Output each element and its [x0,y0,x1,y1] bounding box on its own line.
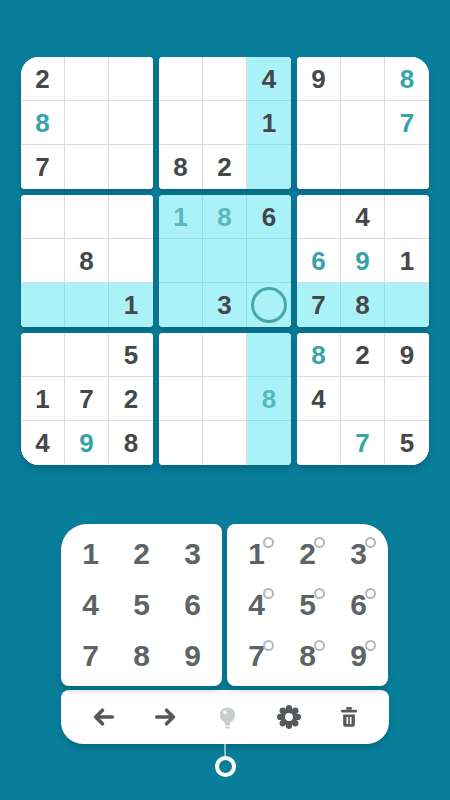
cell-r4c7[interactable] [297,195,341,239]
cell-r9c3[interactable]: 8 [109,421,153,465]
cell-r5c8[interactable]: 9 [341,239,385,283]
cell-r6c1[interactable] [21,283,65,327]
cell-r9c6[interactable] [247,421,291,465]
cell-r9c9[interactable]: 5 [385,421,429,465]
cell-r3c2[interactable] [65,145,109,189]
numpad-4[interactable]: 4 [65,579,116,630]
cell-r5c5[interactable] [203,239,247,283]
cell-r2c9[interactable]: 7 [385,101,429,145]
user-digit: 8 [262,386,276,412]
cell-r9c8[interactable]: 7 [341,421,385,465]
notepad-8[interactable]: 8 [282,631,333,682]
user-digit: 8 [311,342,325,368]
hint-button[interactable] [210,700,245,735]
cell-r8c9[interactable] [385,377,429,421]
given-digit: 5 [400,430,414,456]
notepad-9[interactable]: 9 [333,631,384,682]
box-0-2: 987 [297,57,429,189]
cell-r7c1[interactable] [21,333,65,377]
cell-r1c4[interactable] [159,57,203,101]
control-cluster: 123456789 123456789 [61,524,389,777]
cell-r4c2[interactable] [65,195,109,239]
cell-r5c2[interactable]: 8 [65,239,109,283]
given-digit: 9 [311,66,325,92]
cell-r9c1[interactable]: 4 [21,421,65,465]
cell-r4c1[interactable] [21,195,65,239]
cell-r3c1[interactable]: 7 [21,145,65,189]
drawer-handle-ring [215,756,236,777]
delete-button[interactable] [332,700,366,734]
cell-r3c6[interactable] [247,145,291,189]
cell-r7c8[interactable]: 2 [341,333,385,377]
cell-r7c9[interactable]: 9 [385,333,429,377]
numpad-9[interactable]: 9 [167,631,218,682]
given-digit: 1 [124,292,138,318]
settings-button[interactable] [271,699,307,735]
cell-r6c3[interactable]: 1 [109,283,153,327]
cell-r6c8[interactable]: 8 [341,283,385,327]
numpad-3[interactable]: 3 [167,528,218,579]
cell-r9c2[interactable]: 9 [65,421,109,465]
user-digit: 9 [355,248,369,274]
hint-bulb-icon [214,704,241,731]
cell-r2c7[interactable] [297,101,341,145]
cell-r2c1[interactable]: 8 [21,101,65,145]
user-digit: 7 [400,110,414,136]
cell-r3c5[interactable]: 2 [203,145,247,189]
cell-r6c6[interactable] [247,283,291,327]
given-digit: 1 [262,110,276,136]
note-mark-ring [314,640,325,651]
given-digit: 1 [35,386,49,412]
cell-r2c4[interactable] [159,101,203,145]
given-digit: 2 [355,342,369,368]
cell-r8c8[interactable] [341,377,385,421]
box-0-1: 4182 [159,57,291,189]
box-1-0: 81 [21,195,153,327]
given-digit: 6 [262,204,276,230]
cell-r1c5[interactable] [203,57,247,101]
note-mark-ring [365,640,376,651]
cell-r6c4[interactable] [159,283,203,327]
cell-r2c8[interactable] [341,101,385,145]
cell-r6c5[interactable]: 3 [203,283,247,327]
cell-r8c4[interactable] [159,377,203,421]
cell-r6c7[interactable]: 7 [297,283,341,327]
given-digit: 8 [173,154,187,180]
given-digit: 8 [79,248,93,274]
cell-r1c3[interactable] [109,57,153,101]
numpad-2[interactable]: 2 [116,528,167,579]
user-digit: 1 [173,204,187,230]
given-digit: 7 [79,386,93,412]
cell-r3c9[interactable] [385,145,429,189]
cell-r5c7[interactable]: 6 [297,239,341,283]
cell-r8c3[interactable]: 2 [109,377,153,421]
trash-icon [336,704,362,730]
given-digit: 1 [400,248,414,274]
cell-r7c3[interactable]: 5 [109,333,153,377]
cell-r7c7[interactable]: 8 [297,333,341,377]
given-digit: 7 [35,154,49,180]
cell-r7c6[interactable] [247,333,291,377]
cell-r1c2[interactable] [65,57,109,101]
numpad-7[interactable]: 7 [65,631,116,682]
cell-r4c3[interactable] [109,195,153,239]
note-mark-ring [263,588,274,599]
sudoku-screen: 287418298781186346917851724988829475 123… [0,57,450,800]
box-2-2: 829475 [297,333,429,465]
note-mark-ring [365,537,376,548]
cell-r2c5[interactable] [203,101,247,145]
numpad-normal: 123456789 [61,524,222,686]
cell-r4c4[interactable]: 1 [159,195,203,239]
notepad-1[interactable]: 1 [231,528,282,579]
cell-r5c4[interactable] [159,239,203,283]
notepad-2[interactable]: 2 [282,528,333,579]
note-mark-ring [263,640,274,651]
user-digit: 8 [400,66,414,92]
redo-button[interactable] [147,700,185,734]
cell-r2c6[interactable]: 1 [247,101,291,145]
box-1-2: 469178 [297,195,429,327]
drawer-handle[interactable] [61,744,389,777]
user-digit: 8 [35,110,49,136]
cell-r8c7[interactable]: 4 [297,377,341,421]
cell-r1c7[interactable]: 9 [297,57,341,101]
cell-r3c3[interactable] [109,145,153,189]
cell-r4c6[interactable]: 6 [247,195,291,239]
note-mark-ring [365,588,376,599]
cell-r3c7[interactable] [297,145,341,189]
notepad-6[interactable]: 6 [333,579,384,630]
toolbar [61,690,389,744]
box-2-1: 8 [159,333,291,465]
cell-r7c5[interactable] [203,333,247,377]
given-digit: 4 [262,66,276,92]
box-0-0: 287 [21,57,153,189]
cell-r1c8[interactable] [341,57,385,101]
note-mark-ring [314,588,325,599]
user-digit: 7 [355,430,369,456]
numpad-6[interactable]: 6 [167,579,218,630]
cell-r5c1[interactable] [21,239,65,283]
user-digit: 8 [217,204,231,230]
cell-r5c6[interactable] [247,239,291,283]
numpad-5[interactable]: 5 [116,579,167,630]
cell-r9c7[interactable] [297,421,341,465]
undo-arrow-icon [88,704,118,730]
cell-r7c4[interactable] [159,333,203,377]
given-digit: 5 [124,342,138,368]
selected-cell-ring [251,287,287,323]
numpad-8[interactable]: 8 [116,631,167,682]
cell-r4c8[interactable]: 4 [341,195,385,239]
given-digit: 2 [217,154,231,180]
cell-r8c1[interactable]: 1 [21,377,65,421]
settings-gear-icon [275,703,303,731]
cell-r7c2[interactable] [65,333,109,377]
notepad-5[interactable]: 5 [282,579,333,630]
given-digit: 7 [311,292,325,318]
given-digit: 8 [355,292,369,318]
cell-r5c3[interactable] [109,239,153,283]
cell-r9c5[interactable] [203,421,247,465]
cell-r3c4[interactable]: 8 [159,145,203,189]
cell-r6c2[interactable] [65,283,109,327]
box-1-1: 1863 [159,195,291,327]
drawer-handle-line [224,744,226,756]
note-mark-ring [263,537,274,548]
cell-r8c6[interactable]: 8 [247,377,291,421]
given-digit: 2 [124,386,138,412]
cell-r5c9[interactable]: 1 [385,239,429,283]
cell-r8c5[interactable] [203,377,247,421]
cell-r4c5[interactable]: 8 [203,195,247,239]
given-digit: 2 [35,66,49,92]
cell-r1c1[interactable]: 2 [21,57,65,101]
cell-r1c6[interactable]: 4 [247,57,291,101]
box-2-0: 5172498 [21,333,153,465]
cell-r9c4[interactable] [159,421,203,465]
cell-r2c2[interactable] [65,101,109,145]
numpad-notes: 123456789 [227,524,388,686]
cell-r6c9[interactable] [385,283,429,327]
notepad-3[interactable]: 3 [333,528,384,579]
given-digit: 4 [355,204,369,230]
undo-button[interactable] [84,700,122,734]
given-digit: 4 [311,386,325,412]
cell-r8c2[interactable]: 7 [65,377,109,421]
cell-r1c9[interactable]: 8 [385,57,429,101]
numpad-1[interactable]: 1 [65,528,116,579]
given-digit: 8 [124,430,138,456]
user-digit: 9 [79,430,93,456]
number-pads: 123456789 123456789 [61,524,389,686]
cell-r3c8[interactable] [341,145,385,189]
note-mark-ring [314,537,325,548]
given-digit: 9 [400,342,414,368]
redo-arrow-icon [151,704,181,730]
given-digit: 4 [35,430,49,456]
notepad-7[interactable]: 7 [231,631,282,682]
cell-r4c9[interactable] [385,195,429,239]
cell-r2c3[interactable] [109,101,153,145]
given-digit: 3 [217,292,231,318]
notepad-4[interactable]: 4 [231,579,282,630]
sudoku-board: 287418298781186346917851724988829475 [21,57,429,465]
user-digit: 6 [311,248,325,274]
